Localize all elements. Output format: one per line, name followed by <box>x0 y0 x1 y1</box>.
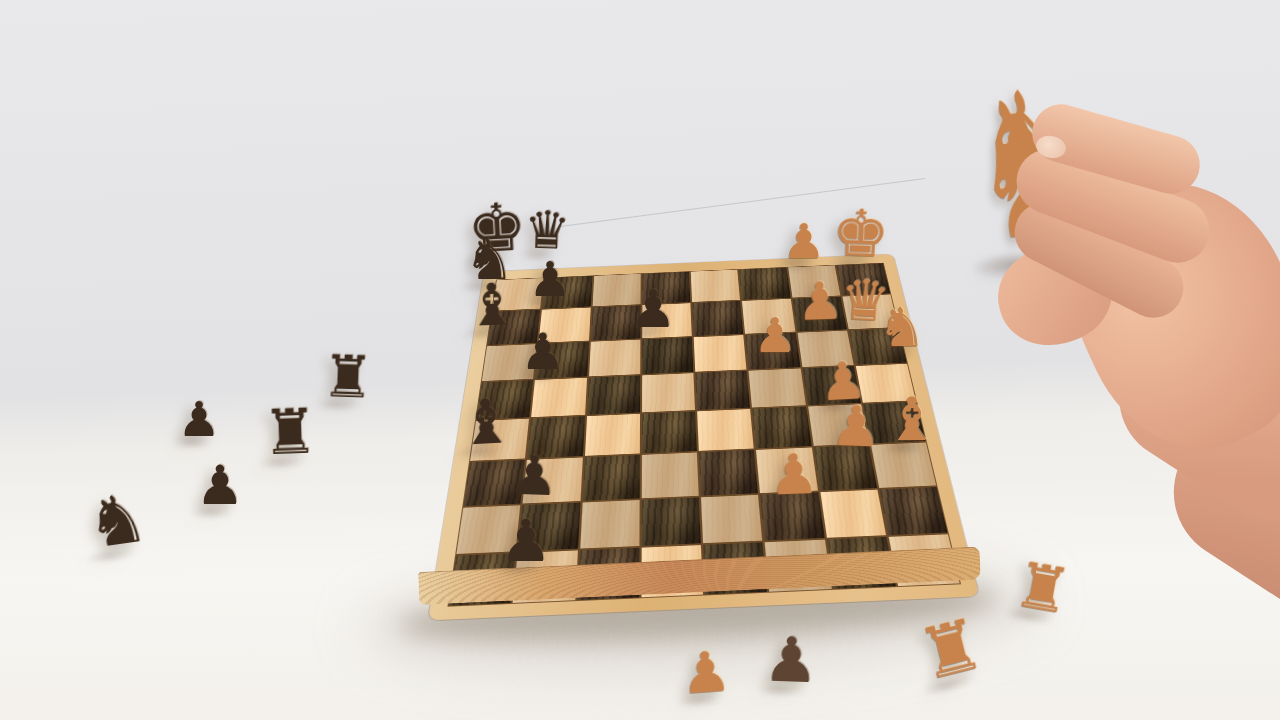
square-h2[interactable] <box>879 487 947 535</box>
square-e7[interactable] <box>692 301 743 336</box>
captured-black-pawn-7[interactable]: ♟ <box>762 628 820 692</box>
piece-white-pawn-f3[interactable]: ♟ <box>768 446 820 504</box>
piece-white-pawn-d3[interactable]: ♟ <box>753 311 796 359</box>
square-e2[interactable] <box>701 494 763 543</box>
captured-white-pawn-6[interactable]: ♟ <box>679 643 733 702</box>
square-c6[interactable] <box>589 339 641 376</box>
square-d3[interactable] <box>642 453 699 498</box>
held-piece-white-knight[interactable]: ♞ <box>964 62 1092 271</box>
scene: ♚♞♛♟♝♟♟♝♟♟♚♟♟♛♞♟♟♟♝♟♜♜♟♟♞♟♟♜♜♞ <box>0 0 1280 720</box>
piece-white-bishop-e1[interactable]: ♝ <box>885 389 939 449</box>
piece-black-queen-a7[interactable]: ♛ <box>523 203 571 257</box>
piece-black-pawn-c7[interactable]: ♟ <box>521 327 566 377</box>
square-g2[interactable] <box>820 489 886 537</box>
captured-black-rook-1[interactable]: ♜ <box>261 400 319 464</box>
square-f8[interactable] <box>739 268 790 300</box>
piece-white-pawn-f2[interactable]: ♟ <box>830 398 882 456</box>
square-c4[interactable] <box>584 414 639 456</box>
piece-white-pawn-c2[interactable]: ♟ <box>796 274 844 328</box>
captured-black-pawn-3[interactable]: ♟ <box>177 395 220 443</box>
piece-black-pawn-c6[interactable]: ♟ <box>630 283 677 335</box>
piece-white-king-b1[interactable]: ♚ <box>831 201 891 267</box>
square-e8[interactable] <box>691 270 741 302</box>
square-d2[interactable] <box>641 497 700 546</box>
square-b5[interactable] <box>531 378 586 418</box>
square-e5[interactable] <box>695 371 750 410</box>
piece-black-bishop-c8[interactable]: ♝ <box>465 275 519 335</box>
square-e4[interactable] <box>697 409 754 451</box>
square-c5[interactable] <box>587 375 640 414</box>
piece-white-knight-d1[interactable]: ♞ <box>878 301 926 355</box>
square-c3[interactable] <box>582 455 639 500</box>
square-d6[interactable] <box>642 337 693 374</box>
captured-black-rook-2[interactable]: ♜ <box>321 347 375 407</box>
piece-black-pawn-g8[interactable]: ♟ <box>500 512 552 570</box>
piece-black-pawn-f8[interactable]: ♟ <box>509 449 559 505</box>
captured-black-pawn-4[interactable]: ♟ <box>196 459 244 513</box>
square-d4[interactable] <box>642 411 697 453</box>
piece-black-pawn-b7[interactable]: ♟ <box>528 255 571 303</box>
square-d5[interactable] <box>642 373 695 412</box>
captured-white-rook-9[interactable]: ♜ <box>1010 553 1076 624</box>
piece-black-bishop-e8[interactable]: ♝ <box>457 390 516 455</box>
piece-white-pawn-b2[interactable]: ♟ <box>782 217 825 265</box>
square-e3[interactable] <box>699 450 758 495</box>
captured-black-knight-5[interactable]: ♞ <box>82 483 152 559</box>
square-f5[interactable] <box>749 368 806 407</box>
square-c2[interactable] <box>580 500 640 549</box>
square-e6[interactable] <box>694 335 747 372</box>
